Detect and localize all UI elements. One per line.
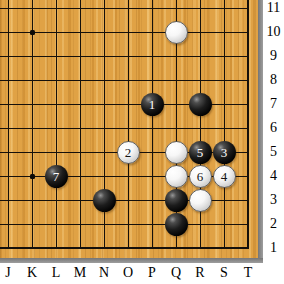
- stone-move-number: 6: [197, 170, 204, 183]
- row-label-1: 1: [263, 239, 284, 257]
- grid-line-vertical-R: [200, 0, 201, 249]
- row-label-5: 5: [263, 143, 284, 161]
- black-stone-R7[interactable]: [189, 93, 212, 116]
- grid-line-horizontal-2: [0, 224, 249, 225]
- row-label-8: 8: [263, 71, 284, 89]
- black-stone-L4[interactable]: 7: [45, 165, 68, 188]
- stone-move-number: 7: [53, 170, 60, 183]
- white-stone-R4[interactable]: 6: [189, 165, 212, 188]
- black-stone-P7[interactable]: 1: [141, 93, 164, 116]
- grid-line-horizontal-6: [0, 128, 249, 129]
- row-label-6: 6: [263, 119, 284, 137]
- go-board-surface[interactable]: [0, 0, 258, 258]
- stone-move-number: 2: [125, 146, 132, 159]
- column-label-Q: Q: [164, 264, 188, 282]
- column-label-J: J: [0, 264, 20, 282]
- row-label-2: 2: [263, 215, 284, 233]
- grid-line-horizontal-8: [0, 80, 249, 81]
- grid-line-vertical-L: [56, 0, 57, 249]
- stone-move-number: 5: [197, 146, 204, 159]
- grid-line-vertical-O: [128, 0, 129, 249]
- column-label-T: T: [236, 264, 260, 282]
- grid-line-vertical-N: [104, 0, 105, 249]
- black-stone-R5[interactable]: 5: [189, 141, 212, 164]
- white-stone-S4[interactable]: 4: [213, 165, 236, 188]
- board-edge-shadow-bottom: [0, 258, 263, 263]
- grid-line-vertical-T: [247, 0, 249, 249]
- grid-line-vertical-M: [80, 0, 81, 249]
- black-stone-Q3[interactable]: [165, 189, 188, 212]
- black-stone-S5[interactable]: 3: [213, 141, 236, 164]
- column-label-M: M: [68, 264, 92, 282]
- white-stone-R3[interactable]: [189, 189, 212, 212]
- grid-line-horizontal-1: [0, 247, 249, 249]
- stone-move-number: 3: [221, 146, 228, 159]
- grid-line-vertical-K: [32, 0, 33, 249]
- grid-line-vertical-S: [224, 0, 225, 249]
- column-label-O: O: [116, 264, 140, 282]
- white-stone-Q4[interactable]: [165, 165, 188, 188]
- go-diagram: 1253764 1110987654321 JKLMNOPQRST: [0, 0, 284, 284]
- grid-line-horizontal-4: [0, 176, 249, 177]
- star-point-K4: [30, 174, 35, 179]
- stone-move-number: 4: [221, 170, 228, 183]
- white-stone-Q10[interactable]: [165, 21, 188, 44]
- grid-line-vertical-P: [152, 0, 153, 249]
- white-stone-O5[interactable]: 2: [117, 141, 140, 164]
- column-label-L: L: [44, 264, 68, 282]
- column-label-K: K: [20, 264, 44, 282]
- column-label-P: P: [140, 264, 164, 282]
- black-stone-N3[interactable]: [93, 189, 116, 212]
- grid-line-vertical-J: [8, 0, 9, 249]
- white-stone-Q5[interactable]: [165, 141, 188, 164]
- black-stone-Q2[interactable]: [165, 213, 188, 236]
- grid-line-horizontal-7: [0, 104, 249, 105]
- row-label-7: 7: [263, 95, 284, 113]
- grid-line-horizontal-10: [0, 32, 249, 33]
- row-label-10: 10: [263, 23, 284, 41]
- row-label-11: 11: [263, 0, 284, 17]
- row-label-3: 3: [263, 191, 284, 209]
- stone-move-number: 1: [149, 98, 156, 111]
- grid-line-horizontal-3: [0, 200, 249, 201]
- column-label-R: R: [188, 264, 212, 282]
- row-label-9: 9: [263, 47, 284, 65]
- star-point-K10: [30, 30, 35, 35]
- column-label-S: S: [212, 264, 236, 282]
- row-label-4: 4: [263, 167, 284, 185]
- column-label-N: N: [92, 264, 116, 282]
- grid-line-horizontal-9: [0, 56, 249, 57]
- grid-line-horizontal-11: [0, 8, 249, 9]
